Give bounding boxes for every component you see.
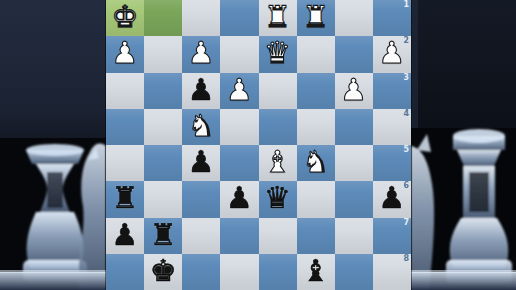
- square-d2[interactable]: ♛: [259, 36, 297, 72]
- square-f1[interactable]: [182, 0, 220, 36]
- white-rook[interactable]: ♜: [264, 2, 291, 32]
- square-c7[interactable]: [297, 218, 335, 254]
- white-knight[interactable]: ♞: [188, 111, 215, 141]
- square-f7[interactable]: [182, 218, 220, 254]
- background-glass-pieces-left: [0, 0, 106, 290]
- black-queen[interactable]: ♛: [264, 183, 291, 213]
- black-pawn[interactable]: ♟: [112, 220, 139, 250]
- black-rook[interactable]: ♜: [112, 183, 139, 213]
- white-king[interactable]: ♚: [112, 2, 139, 32]
- square-e2[interactable]: [220, 36, 258, 72]
- square-c1[interactable]: ♜: [297, 0, 335, 36]
- square-h8[interactable]: [106, 254, 144, 290]
- rank-label-8: 8: [403, 255, 409, 263]
- square-b2[interactable]: [335, 36, 373, 72]
- square-e5[interactable]: [220, 145, 258, 181]
- square-a7[interactable]: 7: [373, 218, 411, 254]
- square-h2[interactable]: ♟: [106, 36, 144, 72]
- square-e3[interactable]: ♟: [220, 73, 258, 109]
- square-h1[interactable]: ♚: [106, 0, 144, 36]
- white-bishop[interactable]: ♝: [264, 147, 291, 177]
- black-bishop[interactable]: ♝: [302, 256, 329, 286]
- white-pawn[interactable]: ♟: [226, 75, 253, 105]
- square-a2[interactable]: ♟2: [373, 36, 411, 72]
- square-d3[interactable]: [259, 73, 297, 109]
- square-b8[interactable]: [335, 254, 373, 290]
- square-a1[interactable]: 1: [373, 0, 411, 36]
- square-b3[interactable]: ♟: [335, 73, 373, 109]
- square-b7[interactable]: [335, 218, 373, 254]
- white-rook[interactable]: ♜: [302, 2, 329, 32]
- square-g6[interactable]: [144, 181, 182, 217]
- square-c2[interactable]: [297, 36, 335, 72]
- screenshot-root: ♚♜♜1♟♟♛♟2♟♟♟3♞4♟♝♞5♜♟♛♟6♟♜7♚♝8: [0, 0, 516, 290]
- square-a3[interactable]: 3: [373, 73, 411, 109]
- black-rook[interactable]: ♜: [150, 220, 177, 250]
- square-c5[interactable]: ♞: [297, 145, 335, 181]
- square-f5[interactable]: ♟: [182, 145, 220, 181]
- square-d1[interactable]: ♜: [259, 0, 297, 36]
- rank-label-5: 5: [403, 146, 409, 154]
- square-e4[interactable]: [220, 109, 258, 145]
- square-c8[interactable]: ♝: [297, 254, 335, 290]
- chess-board[interactable]: ♚♜♜1♟♟♛♟2♟♟♟3♞4♟♝♞5♜♟♛♟6♟♜7♚♝8: [106, 0, 411, 290]
- square-d8[interactable]: [259, 254, 297, 290]
- square-e7[interactable]: [220, 218, 258, 254]
- square-b4[interactable]: [335, 109, 373, 145]
- square-h5[interactable]: [106, 145, 144, 181]
- white-pawn[interactable]: ♟: [340, 75, 367, 105]
- white-pawn[interactable]: ♟: [188, 38, 215, 68]
- square-g3[interactable]: [144, 73, 182, 109]
- rank-label-7: 7: [403, 219, 409, 227]
- square-f2[interactable]: ♟: [182, 36, 220, 72]
- square-g2[interactable]: [144, 36, 182, 72]
- square-f4[interactable]: ♞: [182, 109, 220, 145]
- rank-label-3: 3: [403, 74, 409, 82]
- background-glass-pieces-right: [411, 0, 516, 290]
- square-d7[interactable]: [259, 218, 297, 254]
- square-e8[interactable]: [220, 254, 258, 290]
- square-g7[interactable]: ♜: [144, 218, 182, 254]
- square-h3[interactable]: [106, 73, 144, 109]
- square-a8[interactable]: 8: [373, 254, 411, 290]
- square-d4[interactable]: [259, 109, 297, 145]
- black-pawn[interactable]: ♟: [226, 183, 253, 213]
- square-a5[interactable]: 5: [373, 145, 411, 181]
- black-king[interactable]: ♚: [150, 256, 177, 286]
- rank-label-6: 6: [403, 182, 409, 190]
- black-pawn[interactable]: ♟: [378, 183, 405, 213]
- rank-label-1: 1: [403, 1, 409, 9]
- square-c6[interactable]: [297, 181, 335, 217]
- square-h6[interactable]: ♜: [106, 181, 144, 217]
- black-pawn[interactable]: ♟: [188, 147, 215, 177]
- square-g1[interactable]: [144, 0, 182, 36]
- square-b6[interactable]: [335, 181, 373, 217]
- square-e1[interactable]: [220, 0, 258, 36]
- square-f3[interactable]: ♟: [182, 73, 220, 109]
- square-c4[interactable]: [297, 109, 335, 145]
- square-h7[interactable]: ♟: [106, 218, 144, 254]
- square-a4[interactable]: 4: [373, 109, 411, 145]
- rank-label-4: 4: [403, 110, 409, 118]
- white-knight[interactable]: ♞: [302, 147, 329, 177]
- white-queen[interactable]: ♛: [264, 38, 291, 68]
- square-f8[interactable]: [182, 254, 220, 290]
- square-b1[interactable]: [335, 0, 373, 36]
- square-e6[interactable]: ♟: [220, 181, 258, 217]
- square-g8[interactable]: ♚: [144, 254, 182, 290]
- black-pawn[interactable]: ♟: [188, 75, 215, 105]
- square-d6[interactable]: ♛: [259, 181, 297, 217]
- square-g4[interactable]: [144, 109, 182, 145]
- square-c3[interactable]: [297, 73, 335, 109]
- square-g5[interactable]: [144, 145, 182, 181]
- square-d5[interactable]: ♝: [259, 145, 297, 181]
- square-h4[interactable]: [106, 109, 144, 145]
- white-pawn[interactable]: ♟: [378, 38, 405, 68]
- square-a6[interactable]: ♟6: [373, 181, 411, 217]
- square-f6[interactable]: [182, 181, 220, 217]
- square-b5[interactable]: [335, 145, 373, 181]
- rank-label-2: 2: [403, 37, 409, 45]
- white-pawn[interactable]: ♟: [112, 38, 139, 68]
